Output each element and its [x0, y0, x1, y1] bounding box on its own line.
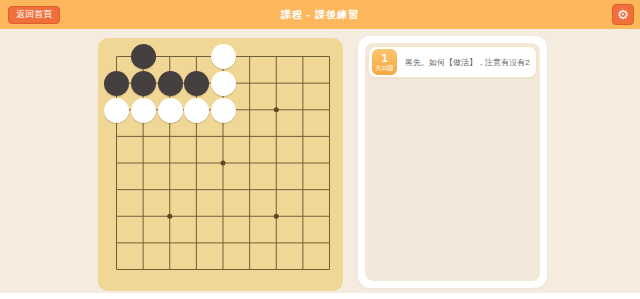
- board-intersection[interactable]: [104, 150, 131, 177]
- board-intersection[interactable]: [290, 256, 317, 283]
- board-intersection[interactable]: [316, 70, 343, 97]
- board-intersection[interactable]: [263, 256, 290, 283]
- board-intersection[interactable]: [237, 150, 264, 177]
- page-title: 課程 - 課後練習: [0, 0, 640, 29]
- board-intersection[interactable]: [130, 70, 157, 97]
- board-intersection[interactable]: [130, 97, 157, 124]
- header-bar: 返回首頁 課程 - 課後練習 ⚙: [0, 0, 640, 29]
- board-intersection[interactable]: [316, 177, 343, 204]
- board-intersection[interactable]: [290, 70, 317, 97]
- board-intersection[interactable]: [290, 150, 317, 177]
- board-intersection[interactable]: [130, 123, 157, 150]
- board-intersection[interactable]: [157, 97, 184, 124]
- board-intersection[interactable]: [210, 123, 237, 150]
- board-intersection[interactable]: [183, 230, 210, 257]
- board-panel: [98, 38, 343, 291]
- board-intersection[interactable]: [130, 230, 157, 257]
- board-intersection[interactable]: [237, 123, 264, 150]
- stone-white: [211, 71, 236, 96]
- board-intersection[interactable]: [104, 177, 131, 204]
- board-intersection[interactable]: [263, 70, 290, 97]
- question-panel: 1 共10題 黑先。如何【做活】，注意有沒有2眼: [358, 36, 547, 288]
- stone-white: [211, 98, 236, 123]
- board-intersection[interactable]: [237, 44, 264, 71]
- board-intersection[interactable]: [263, 203, 290, 230]
- board-intersection[interactable]: [210, 256, 237, 283]
- board-intersection[interactable]: [130, 150, 157, 177]
- board-intersection[interactable]: [316, 150, 343, 177]
- board-intersection[interactable]: [183, 70, 210, 97]
- board-intersection[interactable]: [237, 203, 264, 230]
- board-intersection[interactable]: [183, 123, 210, 150]
- board-intersection[interactable]: [183, 150, 210, 177]
- board-intersection[interactable]: [316, 256, 343, 283]
- badge-total: 共10題: [375, 64, 394, 72]
- board-intersection[interactable]: [183, 177, 210, 204]
- board-intersection[interactable]: [263, 230, 290, 257]
- board-intersection[interactable]: [237, 177, 264, 204]
- board-intersection[interactable]: [237, 256, 264, 283]
- question-item[interactable]: 1 共10題 黑先。如何【做活】，注意有沒有2眼: [368, 46, 537, 78]
- board-intersection[interactable]: [263, 44, 290, 71]
- board-intersection[interactable]: [130, 203, 157, 230]
- board-intersection[interactable]: [183, 44, 210, 71]
- board-intersection[interactable]: [157, 70, 184, 97]
- board-intersection[interactable]: [104, 203, 131, 230]
- stone-white: [104, 98, 129, 123]
- board-intersection[interactable]: [290, 203, 317, 230]
- board-intersection[interactable]: [316, 123, 343, 150]
- board-intersection[interactable]: [157, 177, 184, 204]
- stone-black: [104, 71, 129, 96]
- question-text: 黑先。如何【做活】，注意有沒有2眼: [405, 57, 530, 68]
- settings-button[interactable]: ⚙: [612, 4, 634, 25]
- board-intersection[interactable]: [130, 256, 157, 283]
- board-intersection[interactable]: [263, 97, 290, 124]
- board-intersection[interactable]: [130, 44, 157, 71]
- board-intersection[interactable]: [157, 123, 184, 150]
- board-intersection[interactable]: [237, 230, 264, 257]
- board-intersection[interactable]: [237, 97, 264, 124]
- board-intersection[interactable]: [316, 230, 343, 257]
- board-intersection[interactable]: [316, 203, 343, 230]
- board-intersection[interactable]: [210, 230, 237, 257]
- board-intersection[interactable]: [237, 70, 264, 97]
- board-intersection[interactable]: [157, 256, 184, 283]
- board-intersection[interactable]: [157, 203, 184, 230]
- board-intersection[interactable]: [263, 177, 290, 204]
- board-intersection[interactable]: [104, 97, 131, 124]
- board-intersection[interactable]: [263, 150, 290, 177]
- board-intersection[interactable]: [130, 177, 157, 204]
- board-intersection[interactable]: [290, 230, 317, 257]
- board-intersection[interactable]: [104, 44, 131, 71]
- stone-white: [211, 44, 236, 69]
- board-intersection[interactable]: [104, 256, 131, 283]
- board-intersection[interactable]: [290, 177, 317, 204]
- board-intersection[interactable]: [210, 70, 237, 97]
- stone-white: [131, 98, 156, 123]
- stone-black: [131, 44, 156, 69]
- board-intersection[interactable]: [316, 44, 343, 71]
- badge-number: 1: [381, 53, 387, 64]
- go-board[interactable]: [104, 44, 344, 284]
- gear-icon: ⚙: [617, 7, 629, 22]
- board-intersection[interactable]: [183, 203, 210, 230]
- question-list: 1 共10題 黑先。如何【做活】，注意有沒有2眼: [365, 43, 540, 281]
- board-intersection[interactable]: [183, 97, 210, 124]
- board-intersection[interactable]: [104, 70, 131, 97]
- stone-black: [184, 71, 209, 96]
- stone-white: [158, 98, 183, 123]
- board-intersection[interactable]: [316, 97, 343, 124]
- board-intersection[interactable]: [263, 123, 290, 150]
- app-window: 返回首頁 課程 - 課後練習 ⚙ 1 共10題 黑先。如何【做活】，注意有沒有2…: [0, 0, 640, 299]
- board-intersection[interactable]: [210, 97, 237, 124]
- board-intersection[interactable]: [104, 123, 131, 150]
- question-badge: 1 共10題: [372, 49, 397, 75]
- board-intersection[interactable]: [157, 44, 184, 71]
- board-intersection[interactable]: [210, 203, 237, 230]
- board-intersection[interactable]: [290, 123, 317, 150]
- stone-white: [184, 98, 209, 123]
- board-intersection[interactable]: [157, 150, 184, 177]
- board-intersection[interactable]: [290, 97, 317, 124]
- board-intersection[interactable]: [104, 230, 131, 257]
- board-intersection[interactable]: [210, 150, 237, 177]
- stone-black: [131, 71, 156, 96]
- board-intersection[interactable]: [157, 230, 184, 257]
- board-intersection[interactable]: [290, 44, 317, 71]
- stone-black: [158, 71, 183, 96]
- board-intersection[interactable]: [183, 256, 210, 283]
- board-intersection[interactable]: [210, 177, 237, 204]
- board-intersection[interactable]: [210, 44, 237, 71]
